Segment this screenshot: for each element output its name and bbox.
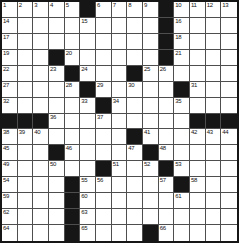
cell-r1c7[interactable]: 6 bbox=[96, 2, 112, 18]
cell-r5c7[interactable] bbox=[96, 66, 112, 82]
cell-r14c8[interactable] bbox=[112, 209, 128, 225]
cell-r12c15[interactable] bbox=[221, 177, 237, 193]
black-cell bbox=[65, 209, 81, 225]
clue-number: 2 bbox=[19, 2, 22, 9]
cell-r12c8[interactable] bbox=[112, 177, 128, 193]
cell-r4c9[interactable] bbox=[127, 50, 143, 66]
cell-r3c4[interactable] bbox=[49, 34, 65, 50]
clue-number: 7 bbox=[113, 2, 116, 9]
black-cell bbox=[159, 18, 175, 34]
black-cell bbox=[49, 50, 65, 66]
cell-r5c12[interactable] bbox=[174, 66, 190, 82]
black-cell bbox=[65, 177, 81, 193]
cell-r14c2[interactable] bbox=[18, 209, 34, 225]
cell-r13c12[interactable]: 61 bbox=[174, 193, 190, 209]
cell-r2c6[interactable]: 15 bbox=[80, 18, 96, 34]
clue-number: 13 bbox=[222, 2, 228, 9]
clue-number: 24 bbox=[81, 66, 87, 73]
cell-r1c8[interactable]: 7 bbox=[112, 2, 128, 18]
cell-r8c4[interactable]: 36 bbox=[49, 114, 65, 130]
clue-number: 9 bbox=[144, 2, 147, 9]
cell-r11c2[interactable] bbox=[18, 161, 34, 177]
cell-r9c13[interactable]: 42 bbox=[190, 129, 206, 145]
cell-r3c1[interactable]: 17 bbox=[2, 34, 18, 50]
cell-r4c13[interactable] bbox=[190, 50, 206, 66]
clue-number: 15 bbox=[81, 18, 87, 25]
black-cell bbox=[49, 145, 65, 161]
black-cell bbox=[221, 114, 237, 130]
clue-number: 47 bbox=[128, 145, 134, 152]
cell-r9c5[interactable] bbox=[65, 129, 81, 145]
black-cell bbox=[159, 34, 175, 50]
cell-r14c11[interactable] bbox=[159, 209, 175, 225]
cell-r4c8[interactable] bbox=[112, 50, 128, 66]
cell-r1c9[interactable]: 8 bbox=[127, 2, 143, 18]
cell-r12c1[interactable]: 54 bbox=[2, 177, 18, 193]
cell-r3c12[interactable]: 18 bbox=[174, 34, 190, 50]
cell-r9c12[interactable] bbox=[174, 129, 190, 145]
cell-r11c12[interactable]: 53 bbox=[174, 161, 190, 177]
clue-number: 5 bbox=[66, 2, 69, 9]
cell-r11c3[interactable] bbox=[33, 161, 49, 177]
cell-r10c11[interactable]: 48 bbox=[159, 145, 175, 161]
cell-r2c5[interactable] bbox=[65, 18, 81, 34]
clue-number: 61 bbox=[175, 193, 181, 200]
cell-r12c13[interactable]: 58 bbox=[190, 177, 206, 193]
cell-r1c1[interactable]: 1 bbox=[2, 2, 18, 18]
cell-r6c8[interactable] bbox=[112, 82, 128, 98]
black-cell bbox=[65, 193, 81, 209]
clue-number: 29 bbox=[97, 82, 103, 89]
clue-number: 18 bbox=[175, 34, 181, 41]
clue-number: 1 bbox=[3, 2, 6, 9]
clue-number: 12 bbox=[207, 2, 213, 9]
clue-number: 32 bbox=[3, 98, 9, 105]
cell-r11c10[interactable]: 52 bbox=[143, 161, 159, 177]
black-cell bbox=[80, 2, 96, 18]
cell-r12c2[interactable] bbox=[18, 177, 34, 193]
cell-r11c5[interactable] bbox=[65, 161, 81, 177]
clue-number: 60 bbox=[81, 193, 87, 200]
clue-number: 49 bbox=[3, 161, 9, 168]
cell-r13c4[interactable] bbox=[49, 193, 65, 209]
cell-r1c5[interactable]: 5 bbox=[65, 2, 81, 18]
cell-r10c7[interactable] bbox=[96, 145, 112, 161]
cell-r4c14[interactable] bbox=[206, 50, 222, 66]
black-cell bbox=[80, 82, 96, 98]
cell-r13c7[interactable] bbox=[96, 193, 112, 209]
clue-number: 33 bbox=[81, 98, 87, 105]
cell-r5c14[interactable] bbox=[206, 66, 222, 82]
cell-r4c12[interactable]: 21 bbox=[174, 50, 190, 66]
cell-r8c9[interactable] bbox=[127, 114, 143, 130]
clue-number: 57 bbox=[160, 177, 166, 184]
cell-r6c9[interactable]: 30 bbox=[127, 82, 143, 98]
clue-number: 38 bbox=[3, 129, 9, 136]
cell-r4c3[interactable] bbox=[33, 50, 49, 66]
black-cell bbox=[174, 177, 190, 193]
cell-r13c14[interactable] bbox=[206, 193, 222, 209]
cell-r2c4[interactable] bbox=[49, 18, 65, 34]
cell-r15c9[interactable] bbox=[127, 225, 143, 241]
cell-r9c10[interactable]: 41 bbox=[143, 129, 159, 145]
cell-r14c7[interactable] bbox=[96, 209, 112, 225]
cell-r9c3[interactable]: 40 bbox=[33, 129, 49, 145]
black-cell bbox=[96, 161, 112, 177]
cell-r7c5[interactable] bbox=[65, 98, 81, 114]
cell-r6c5[interactable]: 28 bbox=[65, 82, 81, 98]
cell-r5c2[interactable] bbox=[18, 66, 34, 82]
cell-r14c9[interactable] bbox=[127, 209, 143, 225]
clue-number: 40 bbox=[34, 129, 40, 136]
cell-r2c3[interactable] bbox=[33, 18, 49, 34]
clue-number: 23 bbox=[50, 66, 56, 73]
cell-r13c13[interactable] bbox=[190, 193, 206, 209]
cell-r15c13[interactable] bbox=[190, 225, 206, 241]
cell-r12c10[interactable] bbox=[143, 177, 159, 193]
clue-number: 58 bbox=[191, 177, 197, 184]
cell-r9c4[interactable] bbox=[49, 129, 65, 145]
cell-r7c9[interactable] bbox=[127, 98, 143, 114]
cell-r4c1[interactable]: 19 bbox=[2, 50, 18, 66]
cell-r11c14[interactable] bbox=[206, 161, 222, 177]
cell-r12c4[interactable] bbox=[49, 177, 65, 193]
cell-r7c1[interactable]: 32 bbox=[2, 98, 18, 114]
clue-number: 37 bbox=[97, 114, 103, 121]
cell-r13c9[interactable] bbox=[127, 193, 143, 209]
cell-r4c15[interactable] bbox=[221, 50, 237, 66]
clue-number: 54 bbox=[3, 177, 9, 184]
cell-r8c12[interactable] bbox=[174, 114, 190, 130]
cell-r10c3[interactable] bbox=[33, 145, 49, 161]
clue-number: 28 bbox=[66, 82, 72, 89]
cell-r10c8[interactable] bbox=[112, 145, 128, 161]
cell-r10c15[interactable] bbox=[221, 145, 237, 161]
cell-r6c1[interactable]: 27 bbox=[2, 82, 18, 98]
clue-number: 51 bbox=[113, 161, 119, 168]
cell-r9c8[interactable] bbox=[112, 129, 128, 145]
clue-number: 25 bbox=[144, 66, 150, 73]
cell-r5c15[interactable] bbox=[221, 66, 237, 82]
cell-r14c3[interactable] bbox=[33, 209, 49, 225]
cell-r7c8[interactable]: 34 bbox=[112, 98, 128, 114]
cell-r1c3[interactable]: 3 bbox=[33, 2, 49, 18]
cell-r1c14[interactable]: 12 bbox=[206, 2, 222, 18]
clue-number: 36 bbox=[50, 114, 56, 121]
clue-number: 52 bbox=[144, 161, 150, 168]
cell-r14c13[interactable] bbox=[190, 209, 206, 225]
cell-r6c4[interactable] bbox=[49, 82, 65, 98]
cell-r2c2[interactable] bbox=[18, 18, 34, 34]
cell-r5c11[interactable]: 26 bbox=[159, 66, 175, 82]
black-cell bbox=[143, 225, 159, 241]
cell-r2c7[interactable] bbox=[96, 18, 112, 34]
cell-r6c3[interactable] bbox=[33, 82, 49, 98]
cell-r1c2[interactable]: 2 bbox=[18, 2, 34, 18]
cell-r14c10[interactable] bbox=[143, 209, 159, 225]
black-cell bbox=[65, 225, 81, 241]
cell-r7c10[interactable] bbox=[143, 98, 159, 114]
cell-r7c2[interactable] bbox=[18, 98, 34, 114]
cell-r9c7[interactable] bbox=[96, 129, 112, 145]
cell-r7c15[interactable] bbox=[221, 98, 237, 114]
clue-number: 35 bbox=[175, 98, 181, 105]
clue-number: 50 bbox=[50, 161, 56, 168]
cell-r15c11[interactable]: 66 bbox=[159, 225, 175, 241]
black-cell bbox=[127, 129, 143, 145]
cell-r3c3[interactable] bbox=[33, 34, 49, 50]
black-cell bbox=[18, 114, 34, 130]
clue-number: 41 bbox=[144, 129, 150, 136]
cell-r4c2[interactable] bbox=[18, 50, 34, 66]
cell-r5c6[interactable]: 24 bbox=[80, 66, 96, 82]
clue-number: 62 bbox=[3, 209, 9, 216]
cell-r10c5[interactable]: 46 bbox=[65, 145, 81, 161]
clue-number: 56 bbox=[97, 177, 103, 184]
cell-r9c1[interactable]: 38 bbox=[2, 129, 18, 145]
cell-r2c10[interactable] bbox=[143, 18, 159, 34]
clue-number: 64 bbox=[3, 225, 9, 232]
cell-r14c14[interactable] bbox=[206, 209, 222, 225]
cell-r3c9[interactable] bbox=[127, 34, 143, 50]
clue-number: 39 bbox=[19, 129, 25, 136]
cell-r10c1[interactable]: 45 bbox=[2, 145, 18, 161]
cell-r4c7[interactable] bbox=[96, 50, 112, 66]
clue-number: 53 bbox=[175, 161, 181, 168]
cell-r2c15[interactable] bbox=[221, 18, 237, 34]
cell-r7c11[interactable] bbox=[159, 98, 175, 114]
cell-r3c5[interactable] bbox=[65, 34, 81, 50]
cell-r15c15[interactable] bbox=[221, 225, 237, 241]
cell-r5c3[interactable] bbox=[33, 66, 49, 82]
cell-r6c11[interactable] bbox=[159, 82, 175, 98]
cell-r11c8[interactable]: 51 bbox=[112, 161, 128, 177]
black-cell bbox=[159, 161, 175, 177]
cell-r13c6[interactable]: 60 bbox=[80, 193, 96, 209]
clue-number: 44 bbox=[222, 129, 228, 136]
cell-r13c10[interactable] bbox=[143, 193, 159, 209]
cell-r4c6[interactable] bbox=[80, 50, 96, 66]
cell-r13c8[interactable] bbox=[112, 193, 128, 209]
cell-r15c6[interactable]: 65 bbox=[80, 225, 96, 241]
clue-number: 42 bbox=[191, 129, 197, 136]
clue-number: 3 bbox=[34, 2, 37, 9]
cell-r12c3[interactable] bbox=[33, 177, 49, 193]
cell-r14c12[interactable] bbox=[174, 209, 190, 225]
clue-number: 27 bbox=[3, 82, 9, 89]
clue-number: 65 bbox=[81, 225, 87, 232]
cell-r6c10[interactable] bbox=[143, 82, 159, 98]
black-cell bbox=[159, 2, 175, 18]
cell-r9c11[interactable] bbox=[159, 129, 175, 145]
clue-number: 6 bbox=[97, 2, 100, 9]
cell-r11c15[interactable] bbox=[221, 161, 237, 177]
black-cell bbox=[96, 98, 112, 114]
cell-r2c13[interactable] bbox=[190, 18, 206, 34]
clue-number: 10 bbox=[175, 2, 181, 9]
cell-r7c12[interactable]: 35 bbox=[174, 98, 190, 114]
cell-r7c6[interactable]: 33 bbox=[80, 98, 96, 114]
cell-r3c10[interactable] bbox=[143, 34, 159, 50]
cell-r5c8[interactable] bbox=[112, 66, 128, 82]
cell-r6c7[interactable]: 29 bbox=[96, 82, 112, 98]
clue-number: 63 bbox=[81, 209, 87, 216]
cell-r5c4[interactable]: 23 bbox=[49, 66, 65, 82]
cell-r9c15[interactable]: 44 bbox=[221, 129, 237, 145]
clue-number: 43 bbox=[207, 129, 213, 136]
cell-r7c4[interactable] bbox=[49, 98, 65, 114]
clue-number: 55 bbox=[81, 177, 87, 184]
cell-r6c13[interactable]: 31 bbox=[190, 82, 206, 98]
cell-r9c6[interactable] bbox=[80, 129, 96, 145]
cell-r9c14[interactable]: 43 bbox=[206, 129, 222, 145]
cell-r3c2[interactable] bbox=[18, 34, 34, 50]
cell-r8c8[interactable] bbox=[112, 114, 128, 130]
cell-r8c6[interactable] bbox=[80, 114, 96, 130]
crossword-grid: 1234567891011121314151617181920212223242… bbox=[0, 0, 239, 243]
cell-r5c13[interactable] bbox=[190, 66, 206, 82]
black-cell bbox=[2, 114, 18, 130]
cell-r15c14[interactable] bbox=[206, 225, 222, 241]
cell-r10c9[interactable]: 47 bbox=[127, 145, 143, 161]
cell-r3c15[interactable] bbox=[221, 34, 237, 50]
cell-r12c7[interactable]: 56 bbox=[96, 177, 112, 193]
cell-r10c12[interactable] bbox=[174, 145, 190, 161]
cell-r2c1[interactable]: 14 bbox=[2, 18, 18, 34]
cell-r15c4[interactable] bbox=[49, 225, 65, 241]
cell-r15c2[interactable] bbox=[18, 225, 34, 241]
black-cell bbox=[127, 66, 143, 82]
clue-number: 48 bbox=[160, 145, 166, 152]
clue-number: 20 bbox=[66, 50, 72, 57]
clue-number: 31 bbox=[191, 82, 197, 89]
clue-number: 66 bbox=[160, 225, 166, 232]
cell-r15c8[interactable] bbox=[112, 225, 128, 241]
cell-r1c13[interactable]: 11 bbox=[190, 2, 206, 18]
cell-r9c2[interactable]: 39 bbox=[18, 129, 34, 145]
cell-r12c11[interactable]: 57 bbox=[159, 177, 175, 193]
cell-r3c13[interactable] bbox=[190, 34, 206, 50]
clue-number: 26 bbox=[160, 66, 166, 73]
cell-r7c13[interactable] bbox=[190, 98, 206, 114]
cell-r11c6[interactable] bbox=[80, 161, 96, 177]
cell-r1c15[interactable]: 13 bbox=[221, 2, 237, 18]
cell-r10c13[interactable] bbox=[190, 145, 206, 161]
black-cell bbox=[65, 66, 81, 82]
cell-r3c6[interactable] bbox=[80, 34, 96, 50]
cell-r14c1[interactable]: 62 bbox=[2, 209, 18, 225]
black-cell bbox=[33, 114, 49, 130]
black-cell bbox=[190, 114, 206, 130]
cell-r11c9[interactable] bbox=[127, 161, 143, 177]
cell-r14c15[interactable] bbox=[221, 209, 237, 225]
cell-r8c11[interactable] bbox=[159, 114, 175, 130]
cell-r2c12[interactable]: 16 bbox=[174, 18, 190, 34]
clue-number: 21 bbox=[175, 50, 181, 57]
cell-r12c14[interactable] bbox=[206, 177, 222, 193]
cell-r5c1[interactable]: 22 bbox=[2, 66, 18, 82]
clue-number: 59 bbox=[3, 193, 9, 200]
cell-r6c2[interactable] bbox=[18, 82, 34, 98]
cell-r1c4[interactable]: 4 bbox=[49, 2, 65, 18]
cell-r6c14[interactable] bbox=[206, 82, 222, 98]
cell-r1c10[interactable]: 9 bbox=[143, 2, 159, 18]
cell-r7c3[interactable] bbox=[33, 98, 49, 114]
cell-r1c12[interactable]: 10 bbox=[174, 2, 190, 18]
cell-r13c15[interactable] bbox=[221, 193, 237, 209]
cell-r10c14[interactable] bbox=[206, 145, 222, 161]
cell-r15c3[interactable] bbox=[33, 225, 49, 241]
clue-number: 19 bbox=[3, 50, 9, 57]
cell-r3c8[interactable] bbox=[112, 34, 128, 50]
cell-r13c3[interactable] bbox=[33, 193, 49, 209]
clue-number: 4 bbox=[50, 2, 53, 9]
cell-r11c4[interactable]: 50 bbox=[49, 161, 65, 177]
cell-r8c7[interactable]: 37 bbox=[96, 114, 112, 130]
cell-r4c5[interactable]: 20 bbox=[65, 50, 81, 66]
cell-r5c10[interactable]: 25 bbox=[143, 66, 159, 82]
clue-number: 11 bbox=[191, 2, 197, 9]
black-cell bbox=[143, 145, 159, 161]
clue-number: 8 bbox=[128, 2, 131, 9]
black-cell bbox=[174, 82, 190, 98]
clue-number: 14 bbox=[3, 18, 9, 25]
cell-r6c15[interactable] bbox=[221, 82, 237, 98]
cell-r14c4[interactable] bbox=[49, 209, 65, 225]
cell-r3c7[interactable] bbox=[96, 34, 112, 50]
cell-r12c9[interactable] bbox=[127, 177, 143, 193]
cell-r2c8[interactable] bbox=[112, 18, 128, 34]
cell-r13c2[interactable] bbox=[18, 193, 34, 209]
cell-r11c1[interactable]: 49 bbox=[2, 161, 18, 177]
cell-r2c9[interactable] bbox=[127, 18, 143, 34]
black-cell bbox=[159, 50, 175, 66]
black-cell bbox=[206, 114, 222, 130]
cell-r11c13[interactable] bbox=[190, 161, 206, 177]
clue-number: 30 bbox=[128, 82, 134, 89]
clue-number: 46 bbox=[66, 145, 72, 152]
cell-r8c5[interactable] bbox=[65, 114, 81, 130]
cell-r10c6[interactable] bbox=[80, 145, 96, 161]
cell-r7c14[interactable] bbox=[206, 98, 222, 114]
clue-number: 22 bbox=[3, 66, 9, 73]
cell-r15c7[interactable] bbox=[96, 225, 112, 241]
cell-r13c1[interactable]: 59 bbox=[2, 193, 18, 209]
cell-r2c14[interactable] bbox=[206, 18, 222, 34]
clue-number: 34 bbox=[113, 98, 119, 105]
cell-r8c10[interactable] bbox=[143, 114, 159, 130]
clue-number: 45 bbox=[3, 145, 9, 152]
cell-r12c6[interactable]: 55 bbox=[80, 177, 96, 193]
cell-r4c10[interactable] bbox=[143, 50, 159, 66]
clue-number: 16 bbox=[175, 18, 181, 25]
clue-number: 17 bbox=[3, 34, 9, 41]
cell-r10c2[interactable] bbox=[18, 145, 34, 161]
cell-r15c12[interactable] bbox=[174, 225, 190, 241]
cell-r13c11[interactable] bbox=[159, 193, 175, 209]
cell-r15c1[interactable]: 64 bbox=[2, 225, 18, 241]
cell-r3c14[interactable] bbox=[206, 34, 222, 50]
cell-r14c6[interactable]: 63 bbox=[80, 209, 96, 225]
